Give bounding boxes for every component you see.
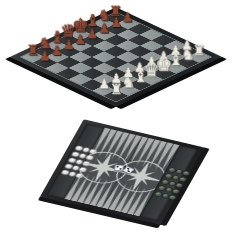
backgammon-point	[83, 176, 104, 204]
chess-board: ♜♞♝♛♚♝♞♜♟♟♟♟♟♟♟♟♟♟♟♟♟♟♟♟♜♞♝♛♚♝♞♜	[10, 7, 222, 107]
backgammon-point	[127, 187, 148, 215]
backgammon-point	[115, 184, 136, 212]
backgammon-point	[90, 178, 111, 206]
chess-piece-brown-pawn: ♟	[37, 50, 54, 63]
backgammon-inner	[46, 123, 197, 220]
backgammon-point	[108, 182, 129, 210]
backgammon-point	[102, 181, 123, 209]
backgammon-point	[121, 185, 142, 213]
product-image: ♜♞♝♛♚♝♞♜♟♟♟♟♟♟♟♟♟♟♟♟♟♟♟♟♜♞♝♛♚♝♞♜	[0, 0, 233, 233]
green-checker	[181, 170, 191, 176]
backgammon-board	[40, 119, 204, 224]
green-checker	[160, 179, 170, 185]
chess-square	[140, 29, 164, 40]
backgammon-point	[96, 179, 117, 207]
chess-piece-white-rook: ♜	[108, 82, 125, 96]
silver-checker	[74, 173, 84, 179]
chess-square: ♜	[104, 90, 128, 101]
die	[122, 166, 134, 174]
chess-grid: ♜♞♝♛♚♝♞♜♟♟♟♟♟♟♟♟♟♟♟♟♟♟♟♟♜♞♝♛♚♝♞♜	[20, 12, 212, 102]
